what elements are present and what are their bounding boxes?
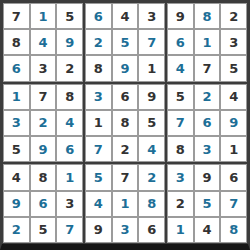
cell-r9c9[interactable]: 8 — [220, 217, 247, 243]
cell-r7c3[interactable]: 1 — [56, 164, 83, 190]
sudoku-box-6: 524769831 — [166, 83, 248, 164]
cell-r6c4[interactable]: 7 — [85, 136, 112, 162]
cell-r6c6[interactable]: 4 — [138, 136, 165, 162]
cell-r1c9[interactable]: 2 — [220, 3, 247, 29]
cell-r1c3[interactable]: 5 — [56, 3, 83, 29]
cell-r7c8[interactable]: 9 — [194, 164, 221, 190]
cell-r8c6[interactable]: 8 — [138, 191, 165, 217]
cell-r3c9[interactable]: 5 — [220, 55, 247, 81]
cell-r2c3[interactable]: 9 — [56, 29, 83, 55]
cell-r4c8[interactable]: 2 — [194, 84, 221, 110]
cell-r2c7[interactable]: 6 — [167, 29, 194, 55]
cell-r7c1[interactable]: 4 — [3, 164, 30, 190]
cell-r7c6[interactable]: 2 — [138, 164, 165, 190]
cell-r8c9[interactable]: 7 — [220, 191, 247, 217]
cell-r5c5[interactable]: 8 — [112, 110, 139, 136]
cell-r4c7[interactable]: 5 — [167, 84, 194, 110]
cell-r5c3[interactable]: 4 — [56, 110, 83, 136]
sudoku-box-1: 715849632 — [2, 2, 84, 83]
cell-r4c6[interactable]: 9 — [138, 84, 165, 110]
cell-r3c1[interactable]: 6 — [3, 55, 30, 81]
cell-r4c4[interactable]: 3 — [85, 84, 112, 110]
cell-r5c6[interactable]: 5 — [138, 110, 165, 136]
cell-r4c9[interactable]: 4 — [220, 84, 247, 110]
cell-r5c1[interactable]: 3 — [3, 110, 30, 136]
cell-r8c2[interactable]: 6 — [30, 191, 57, 217]
cell-r1c7[interactable]: 9 — [167, 3, 194, 29]
cell-r1c4[interactable]: 6 — [85, 3, 112, 29]
cell-r2c1[interactable]: 8 — [3, 29, 30, 55]
sudoku-box-3: 982613475 — [166, 2, 248, 83]
cell-r4c1[interactable]: 1 — [3, 84, 30, 110]
cell-r7c4[interactable]: 5 — [85, 164, 112, 190]
sudoku-box-9: 396257148 — [166, 163, 248, 244]
cell-r9c6[interactable]: 6 — [138, 217, 165, 243]
sudoku-board: 7158496326432578919826134751783245963691… — [0, 0, 250, 250]
cell-r9c4[interactable]: 9 — [85, 217, 112, 243]
cell-r2c8[interactable]: 1 — [194, 29, 221, 55]
cell-r1c2[interactable]: 1 — [30, 3, 57, 29]
sudoku-box-7: 481963257 — [2, 163, 84, 244]
cell-r2c5[interactable]: 5 — [112, 29, 139, 55]
cell-r5c4[interactable]: 1 — [85, 110, 112, 136]
cell-r3c4[interactable]: 8 — [85, 55, 112, 81]
cell-r7c5[interactable]: 7 — [112, 164, 139, 190]
cell-r6c7[interactable]: 8 — [167, 136, 194, 162]
cell-r2c9[interactable]: 3 — [220, 29, 247, 55]
cell-r5c7[interactable]: 7 — [167, 110, 194, 136]
cell-r2c6[interactable]: 7 — [138, 29, 165, 55]
cell-r9c1[interactable]: 2 — [3, 217, 30, 243]
cell-r8c3[interactable]: 3 — [56, 191, 83, 217]
cell-r6c5[interactable]: 2 — [112, 136, 139, 162]
cell-r9c5[interactable]: 3 — [112, 217, 139, 243]
cell-r6c3[interactable]: 6 — [56, 136, 83, 162]
cell-r1c1[interactable]: 7 — [3, 3, 30, 29]
cell-r1c6[interactable]: 3 — [138, 3, 165, 29]
cell-r9c3[interactable]: 7 — [56, 217, 83, 243]
cell-r8c7[interactable]: 2 — [167, 191, 194, 217]
cell-r5c8[interactable]: 6 — [194, 110, 221, 136]
cell-r8c5[interactable]: 1 — [112, 191, 139, 217]
cell-r7c9[interactable]: 6 — [220, 164, 247, 190]
sudoku-box-5: 369185724 — [84, 83, 166, 164]
sudoku-box-8: 572418936 — [84, 163, 166, 244]
cell-r8c1[interactable]: 9 — [3, 191, 30, 217]
cell-r9c7[interactable]: 1 — [167, 217, 194, 243]
cell-r1c8[interactable]: 8 — [194, 3, 221, 29]
cell-r6c9[interactable]: 1 — [220, 136, 247, 162]
cell-r7c7[interactable]: 3 — [167, 164, 194, 190]
cell-r3c3[interactable]: 2 — [56, 55, 83, 81]
cell-r8c8[interactable]: 5 — [194, 191, 221, 217]
cell-r9c8[interactable]: 4 — [194, 217, 221, 243]
cell-r7c2[interactable]: 8 — [30, 164, 57, 190]
cell-r6c2[interactable]: 9 — [30, 136, 57, 162]
cell-r3c2[interactable]: 3 — [30, 55, 57, 81]
cell-r3c7[interactable]: 4 — [167, 55, 194, 81]
cell-r2c2[interactable]: 4 — [30, 29, 57, 55]
cell-r1c5[interactable]: 4 — [112, 3, 139, 29]
cell-r3c6[interactable]: 1 — [138, 55, 165, 81]
cell-r6c1[interactable]: 5 — [3, 136, 30, 162]
cell-r4c5[interactable]: 6 — [112, 84, 139, 110]
cell-r4c2[interactable]: 7 — [30, 84, 57, 110]
cell-r8c4[interactable]: 4 — [85, 191, 112, 217]
sudoku-box-2: 643257891 — [84, 2, 166, 83]
cell-r3c8[interactable]: 7 — [194, 55, 221, 81]
cell-r5c9[interactable]: 9 — [220, 110, 247, 136]
sudoku-box-4: 178324596 — [2, 83, 84, 164]
cell-r2c4[interactable]: 2 — [85, 29, 112, 55]
cell-r9c2[interactable]: 5 — [30, 217, 57, 243]
cell-r5c2[interactable]: 2 — [30, 110, 57, 136]
cell-r4c3[interactable]: 8 — [56, 84, 83, 110]
cell-r3c5[interactable]: 9 — [112, 55, 139, 81]
cell-r6c8[interactable]: 3 — [194, 136, 221, 162]
